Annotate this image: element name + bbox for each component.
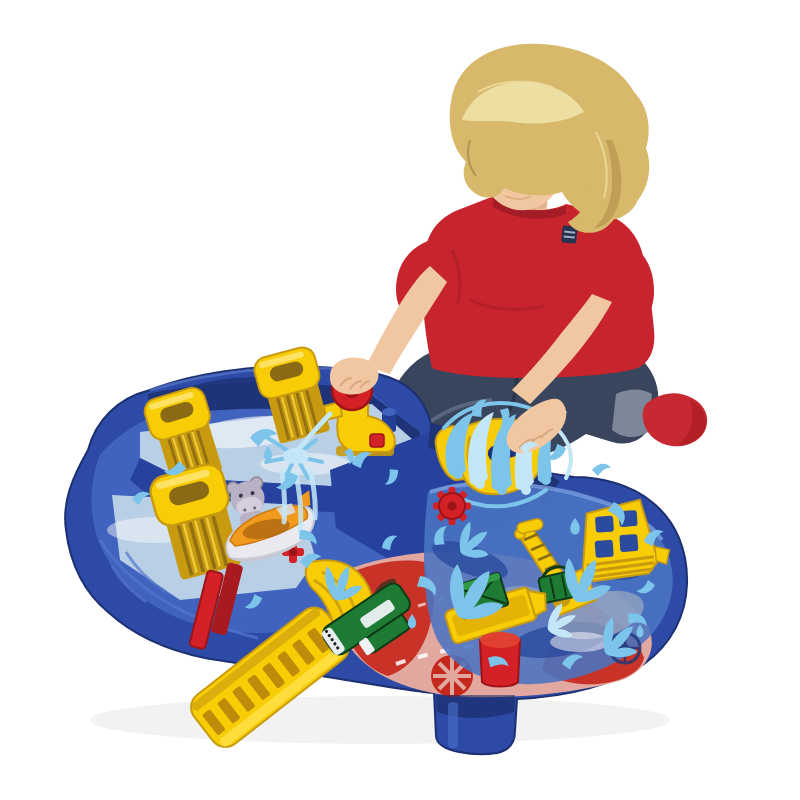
drive-gear	[433, 487, 471, 525]
foot-highlight	[448, 702, 458, 748]
photo-canvas: Laughing blond toddler in a red t-shirt,…	[0, 0, 800, 800]
foot-shadow	[436, 695, 515, 718]
floor-shadow	[90, 696, 670, 744]
pump-valve	[370, 434, 384, 447]
product-photo: Laughing blond toddler in a red t-shirt,…	[0, 0, 800, 800]
